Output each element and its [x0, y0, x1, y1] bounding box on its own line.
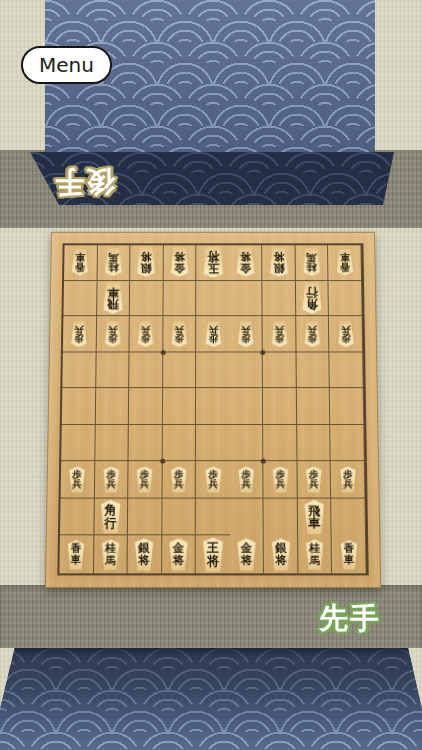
piece-gote-knight[interactable]: 桂馬: [101, 249, 126, 277]
board-cell[interactable]: 飛車: [298, 498, 332, 535]
board-cell[interactable]: [196, 498, 230, 535]
piece-gote-gold[interactable]: 金将: [233, 248, 259, 278]
board-cell[interactable]: 角行: [94, 498, 128, 535]
shogi-board: 香車桂馬銀将金将玉将金将銀将桂馬香車飛車角行歩兵歩兵歩兵歩兵歩兵歩兵歩兵歩兵歩兵…: [45, 232, 381, 588]
piece-sente-pawn[interactable]: 歩兵: [302, 466, 325, 492]
board-cell[interactable]: 金将: [162, 536, 196, 574]
board-cell[interactable]: [128, 498, 162, 535]
board-cell[interactable]: 桂馬: [93, 536, 127, 574]
board-cell[interactable]: 歩兵: [230, 316, 263, 352]
board-cell[interactable]: [230, 498, 264, 535]
piece-sente-pawn[interactable]: 歩兵: [100, 466, 123, 492]
board-cell[interactable]: [331, 425, 365, 462]
piece-sente-silver[interactable]: 銀将: [267, 538, 294, 570]
menu-button[interactable]: Menu: [21, 46, 112, 84]
piece-sente-pawn[interactable]: 歩兵: [66, 466, 89, 492]
board-cell[interactable]: [332, 498, 366, 535]
piece-sente-bishop[interactable]: 角行: [96, 500, 125, 533]
board-cell[interactable]: 歩兵: [128, 461, 162, 498]
piece-sente-lance[interactable]: 香車: [337, 540, 361, 569]
piece-sente-pawn[interactable]: 歩兵: [336, 466, 359, 492]
board-cell[interactable]: 歩兵: [130, 316, 164, 352]
board-cell[interactable]: 銀将: [130, 245, 163, 280]
piece-gote-gold[interactable]: 金将: [166, 248, 192, 278]
piece-gote-pawn[interactable]: 歩兵: [334, 321, 357, 347]
sente-cushion: [0, 648, 422, 750]
board-cell[interactable]: 玉将: [196, 245, 229, 280]
board-cell[interactable]: 歩兵: [162, 461, 196, 498]
gote-player-label: 後手: [53, 167, 115, 196]
piece-sente-king[interactable]: 王将: [198, 537, 227, 572]
board-cell[interactable]: [196, 281, 229, 317]
piece-gote-rook[interactable]: 飛車: [99, 282, 127, 314]
piece-gote-bishop[interactable]: 角行: [298, 282, 326, 314]
board-cell[interactable]: [129, 352, 163, 388]
board-cell[interactable]: 香車: [332, 536, 367, 574]
board-cell[interactable]: 歩兵: [296, 316, 330, 352]
board-cell[interactable]: 歩兵: [331, 461, 365, 498]
piece-gote-knight[interactable]: 桂馬: [299, 249, 324, 277]
board-cell[interactable]: 歩兵: [230, 461, 264, 498]
board-cell[interactable]: [296, 352, 330, 388]
board-cell[interactable]: [230, 281, 263, 317]
board-cell[interactable]: 銀将: [264, 536, 298, 574]
board-cell[interactable]: [96, 352, 130, 388]
board-cell[interactable]: [230, 352, 264, 388]
board-cell[interactable]: [130, 281, 163, 317]
sente-player-label: 先手: [319, 604, 381, 633]
board-cell[interactable]: 歩兵: [196, 461, 230, 498]
board-cell[interactable]: 金将: [163, 245, 196, 280]
board-cell[interactable]: 銀将: [262, 245, 295, 280]
piece-gote-pawn[interactable]: 歩兵: [202, 321, 225, 347]
board-cell[interactable]: [95, 388, 129, 424]
board-cell[interactable]: 歩兵: [96, 316, 130, 352]
board-cell[interactable]: [62, 388, 96, 424]
board-cell[interactable]: 桂馬: [97, 245, 130, 280]
board-cell[interactable]: [163, 281, 196, 317]
piece-sente-pawn[interactable]: 歩兵: [269, 466, 292, 492]
board-cell[interactable]: 歩兵: [297, 461, 331, 498]
piece-sente-gold[interactable]: 金将: [165, 538, 192, 570]
board-cell[interactable]: [61, 425, 95, 462]
board-cell[interactable]: [162, 425, 196, 462]
piece-gote-king[interactable]: 玉将: [199, 247, 227, 279]
board-cell[interactable]: 角行: [296, 281, 330, 317]
piece-sente-silver[interactable]: 銀将: [131, 538, 158, 570]
piece-gote-pawn[interactable]: 歩兵: [68, 321, 91, 347]
board-cell[interactable]: 歩兵: [63, 316, 97, 352]
board-cell[interactable]: 香車: [328, 245, 362, 280]
board-cell[interactable]: 銀将: [128, 536, 162, 574]
board-cell[interactable]: [230, 388, 264, 424]
board-cell[interactable]: [196, 352, 229, 388]
piece-gote-silver[interactable]: 銀将: [266, 248, 292, 278]
board-cell[interactable]: [330, 352, 364, 388]
board-cell[interactable]: 歩兵: [94, 461, 128, 498]
board-cell[interactable]: 歩兵: [264, 461, 298, 498]
piece-sente-knight[interactable]: 桂馬: [302, 539, 327, 569]
board-cell[interactable]: [297, 388, 331, 424]
board-cell[interactable]: 歩兵: [196, 316, 229, 352]
board-cell[interactable]: [60, 498, 94, 535]
board-cell[interactable]: 飛車: [97, 281, 131, 317]
piece-sente-pawn[interactable]: 歩兵: [235, 466, 258, 492]
piece-gote-pawn[interactable]: 歩兵: [135, 321, 157, 347]
board-cell[interactable]: [264, 498, 298, 535]
board-cell[interactable]: 歩兵: [61, 461, 95, 498]
board-cell[interactable]: [129, 388, 163, 424]
board-cell[interactable]: [95, 425, 129, 462]
board-cell[interactable]: 桂馬: [295, 245, 328, 280]
piece-sente-pawn[interactable]: 歩兵: [167, 466, 190, 492]
board-cell[interactable]: [263, 425, 297, 462]
piece-sente-knight[interactable]: 桂馬: [98, 539, 123, 569]
piece-sente-pawn[interactable]: 歩兵: [201, 466, 224, 492]
piece-sente-rook[interactable]: 飛車: [300, 500, 329, 534]
piece-gote-pawn[interactable]: 歩兵: [101, 321, 124, 347]
board-cell[interactable]: [330, 388, 364, 424]
board-cell[interactable]: [129, 425, 163, 462]
star-point-icon: [160, 350, 165, 355]
board-cell[interactable]: 桂馬: [298, 536, 332, 574]
piece-gote-pawn[interactable]: 歩兵: [301, 321, 323, 347]
piece-gote-lance[interactable]: 香車: [69, 249, 93, 276]
board-cell[interactable]: [297, 425, 331, 462]
board-frame: 香車桂馬銀将金将玉将金将銀将桂馬香車飛車角行歩兵歩兵歩兵歩兵歩兵歩兵歩兵歩兵歩兵…: [45, 232, 381, 588]
board-cell[interactable]: [263, 281, 296, 317]
board-cell[interactable]: 金将: [230, 536, 264, 574]
board-cell[interactable]: 歩兵: [329, 316, 363, 352]
board-cell[interactable]: [329, 281, 363, 317]
board-cell[interactable]: 金将: [229, 245, 262, 280]
board-cell[interactable]: [263, 352, 297, 388]
piece-gote-pawn[interactable]: 歩兵: [168, 321, 190, 347]
board-cell[interactable]: 王将: [196, 536, 230, 574]
board-cell[interactable]: [196, 388, 230, 424]
board-cell[interactable]: [196, 425, 230, 462]
board-cell[interactable]: [230, 425, 264, 462]
board-cell[interactable]: [163, 388, 197, 424]
board-cell[interactable]: 歩兵: [163, 316, 196, 352]
piece-gote-pawn[interactable]: 歩兵: [235, 321, 257, 347]
piece-gote-pawn[interactable]: 歩兵: [268, 321, 290, 347]
board-cell[interactable]: [163, 352, 197, 388]
piece-sente-pawn[interactable]: 歩兵: [133, 466, 156, 492]
game-screen: 後手 先手 Menu 香車桂馬銀将金将玉将金将銀将桂馬香車飛車角行歩兵歩兵歩兵歩…: [0, 0, 422, 750]
star-point-icon: [160, 459, 165, 464]
board-cell[interactable]: 香車: [59, 536, 94, 574]
star-point-icon: [261, 459, 266, 464]
board-cell[interactable]: [62, 352, 96, 388]
piece-sente-lance[interactable]: 香車: [64, 540, 88, 569]
board-cell[interactable]: [162, 498, 196, 535]
piece-gote-silver[interactable]: 銀将: [133, 248, 159, 278]
board-cell[interactable]: 香車: [64, 245, 98, 280]
board-cell[interactable]: [263, 388, 297, 424]
piece-sente-gold[interactable]: 金将: [233, 538, 260, 570]
board-cell[interactable]: [63, 281, 97, 317]
star-point-icon: [261, 350, 266, 355]
board-cell[interactable]: 歩兵: [263, 316, 297, 352]
piece-gote-lance[interactable]: 香車: [333, 249, 357, 276]
board-grid: 香車桂馬銀将金将玉将金将銀将桂馬香車飛車角行歩兵歩兵歩兵歩兵歩兵歩兵歩兵歩兵歩兵…: [57, 243, 368, 575]
